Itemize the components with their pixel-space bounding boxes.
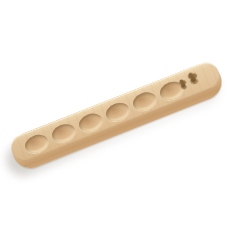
board-top-face [7,59,223,165]
pit-5[interactable] [130,89,159,114]
mancala-board [7,59,227,174]
product-photo [0,0,228,228]
pit-6[interactable] [157,79,186,104]
engraving-mark-large [187,70,200,85]
pit-3[interactable] [76,111,105,136]
pit-1[interactable] [22,132,51,157]
pit-4[interactable] [103,100,132,125]
pit-2[interactable] [49,121,78,146]
